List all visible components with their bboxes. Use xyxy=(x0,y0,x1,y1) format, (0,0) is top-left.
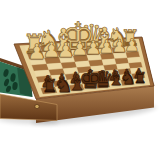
chess-set-photo: ♜♞♝♛♚♝♞♜♟♟♟♟♟♟♟♟♟♟♟♟♟♟♟♟♜♞♝♛♚♝♞♜ xyxy=(0,0,160,160)
drawer-knob[interactable] xyxy=(35,104,39,108)
piece-white-pawn[interactable]: ♟ xyxy=(27,40,46,61)
piece-black-rook[interactable]: ♜ xyxy=(42,78,58,96)
